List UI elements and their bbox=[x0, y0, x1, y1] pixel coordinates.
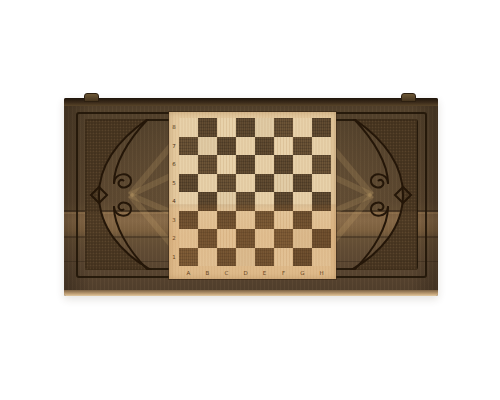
square-f3[interactable] bbox=[274, 211, 293, 230]
square-d1[interactable] bbox=[236, 248, 255, 267]
square-c2[interactable] bbox=[217, 229, 236, 248]
hinge-left bbox=[84, 93, 99, 102]
square-e3[interactable] bbox=[255, 211, 274, 230]
square-g1[interactable] bbox=[293, 248, 312, 267]
file-labels: ABCDEFGH bbox=[179, 266, 331, 279]
rank-label-5: 5 bbox=[169, 174, 179, 193]
square-d2[interactable] bbox=[236, 229, 255, 248]
square-g7[interactable] bbox=[293, 137, 312, 156]
square-d4[interactable] bbox=[236, 192, 255, 211]
file-label-h: H bbox=[312, 266, 331, 279]
square-e5[interactable] bbox=[255, 174, 274, 193]
square-a6[interactable] bbox=[179, 155, 198, 174]
square-h6[interactable] bbox=[312, 155, 331, 174]
square-e8[interactable] bbox=[255, 118, 274, 137]
rank-label-4: 4 bbox=[169, 192, 179, 211]
square-d7[interactable] bbox=[236, 137, 255, 156]
rank-label-2: 2 bbox=[169, 229, 179, 248]
square-e6[interactable] bbox=[255, 155, 274, 174]
square-g6[interactable] bbox=[293, 155, 312, 174]
square-c6[interactable] bbox=[217, 155, 236, 174]
square-g8[interactable] bbox=[293, 118, 312, 137]
square-a3[interactable] bbox=[179, 211, 198, 230]
file-label-f: F bbox=[274, 266, 293, 279]
rank-label-6: 6 bbox=[169, 155, 179, 174]
square-d5[interactable] bbox=[236, 174, 255, 193]
rank-labels: 87654321 bbox=[169, 118, 179, 266]
case-bottom-edge bbox=[64, 290, 438, 296]
square-b7[interactable] bbox=[198, 137, 217, 156]
rank-label-1: 1 bbox=[169, 248, 179, 267]
file-label-a: A bbox=[179, 266, 198, 279]
square-b2[interactable] bbox=[198, 229, 217, 248]
square-c1[interactable] bbox=[217, 248, 236, 267]
square-g5[interactable] bbox=[293, 174, 312, 193]
file-label-d: D bbox=[236, 266, 255, 279]
square-g3[interactable] bbox=[293, 211, 312, 230]
square-h8[interactable] bbox=[312, 118, 331, 137]
square-h7[interactable] bbox=[312, 137, 331, 156]
square-d8[interactable] bbox=[236, 118, 255, 137]
chessboard-panel: 87654321 ABCDEFGH bbox=[169, 112, 336, 279]
square-c5[interactable] bbox=[217, 174, 236, 193]
file-label-b: B bbox=[198, 266, 217, 279]
square-d6[interactable] bbox=[236, 155, 255, 174]
square-b1[interactable] bbox=[198, 248, 217, 267]
square-h1[interactable] bbox=[312, 248, 331, 267]
square-b3[interactable] bbox=[198, 211, 217, 230]
square-d3[interactable] bbox=[236, 211, 255, 230]
rank-label-7: 7 bbox=[169, 137, 179, 156]
case-top-edge bbox=[64, 98, 438, 106]
square-a8[interactable] bbox=[179, 118, 198, 137]
square-c4[interactable] bbox=[217, 192, 236, 211]
square-c8[interactable] bbox=[217, 118, 236, 137]
square-c7[interactable] bbox=[217, 137, 236, 156]
product-photo: 87654321 ABCDEFGH bbox=[0, 0, 500, 400]
carved-ornament-left bbox=[85, 119, 175, 270]
square-a5[interactable] bbox=[179, 174, 198, 193]
square-g4[interactable] bbox=[293, 192, 312, 211]
square-a4[interactable] bbox=[179, 192, 198, 211]
square-f7[interactable] bbox=[274, 137, 293, 156]
square-h3[interactable] bbox=[312, 211, 331, 230]
square-f8[interactable] bbox=[274, 118, 293, 137]
square-a2[interactable] bbox=[179, 229, 198, 248]
file-label-e: E bbox=[255, 266, 274, 279]
square-f4[interactable] bbox=[274, 192, 293, 211]
square-a7[interactable] bbox=[179, 137, 198, 156]
square-b5[interactable] bbox=[198, 174, 217, 193]
square-e7[interactable] bbox=[255, 137, 274, 156]
backgammon-case-lid: 87654321 ABCDEFGH bbox=[64, 98, 438, 296]
square-f5[interactable] bbox=[274, 174, 293, 193]
square-h4[interactable] bbox=[312, 192, 331, 211]
square-c3[interactable] bbox=[217, 211, 236, 230]
square-f6[interactable] bbox=[274, 155, 293, 174]
file-label-c: C bbox=[217, 266, 236, 279]
square-b6[interactable] bbox=[198, 155, 217, 174]
rank-label-8: 8 bbox=[169, 118, 179, 137]
square-e4[interactable] bbox=[255, 192, 274, 211]
hinge-right bbox=[401, 93, 416, 102]
square-b4[interactable] bbox=[198, 192, 217, 211]
carved-ornament-right bbox=[327, 119, 417, 270]
chessboard-grid bbox=[179, 118, 331, 266]
square-e2[interactable] bbox=[255, 229, 274, 248]
square-b8[interactable] bbox=[198, 118, 217, 137]
square-h5[interactable] bbox=[312, 174, 331, 193]
square-g2[interactable] bbox=[293, 229, 312, 248]
file-label-g: G bbox=[293, 266, 312, 279]
square-e1[interactable] bbox=[255, 248, 274, 267]
square-f2[interactable] bbox=[274, 229, 293, 248]
rank-label-3: 3 bbox=[169, 211, 179, 230]
square-a1[interactable] bbox=[179, 248, 198, 267]
square-h2[interactable] bbox=[312, 229, 331, 248]
square-f1[interactable] bbox=[274, 248, 293, 267]
